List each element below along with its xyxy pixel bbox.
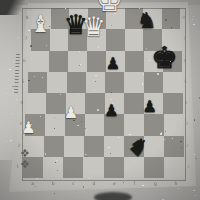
square-b6 — [49, 51, 68, 72]
rank-label-left-8: 8 — [26, 15, 29, 20]
rank-label-left-5: 5 — [22, 79, 25, 84]
square-g4 — [144, 93, 164, 114]
file-label-g: g — [154, 181, 157, 186]
square-h7 — [162, 29, 181, 50]
board-row-rank-7 — [31, 29, 181, 50]
square-f3 — [124, 114, 144, 135]
square-e7 — [106, 29, 125, 50]
square-a3 — [25, 114, 45, 135]
file-label-e: e — [113, 181, 116, 186]
square-d8 — [88, 8, 107, 29]
square-b7 — [50, 29, 69, 50]
square-h8 — [162, 8, 181, 29]
square-b3 — [45, 114, 65, 135]
square-b2 — [44, 136, 64, 157]
square-d5 — [86, 72, 105, 93]
square-c1 — [63, 157, 83, 178]
square-g5 — [144, 72, 163, 93]
square-h4 — [163, 93, 183, 114]
square-g7 — [143, 29, 162, 50]
rank-label-right-3: 3 — [185, 121, 188, 126]
square-h3 — [164, 114, 184, 135]
square-d4 — [85, 93, 105, 114]
board-row-rank-3 — [25, 114, 183, 135]
square-a7 — [31, 29, 50, 50]
square-c7 — [68, 29, 87, 50]
square-c4 — [66, 93, 86, 114]
square-d1 — [83, 157, 103, 178]
board-row-rank-4 — [27, 93, 183, 114]
square-b1 — [43, 157, 63, 178]
board-row-rank-1 — [23, 157, 185, 178]
square-h2 — [164, 136, 184, 157]
square-a4 — [27, 93, 47, 114]
board-row-rank-2 — [24, 136, 184, 157]
square-f4 — [124, 93, 144, 114]
square-e5 — [105, 72, 124, 93]
square-h1 — [164, 157, 184, 178]
square-e4 — [105, 93, 125, 114]
square-g2 — [144, 136, 164, 157]
square-c8 — [69, 8, 88, 29]
square-g8 — [143, 8, 162, 29]
square-b4 — [46, 93, 66, 114]
square-e6 — [106, 51, 125, 72]
file-label-c: c — [72, 181, 74, 186]
square-g3 — [144, 114, 164, 135]
square-c5 — [67, 72, 86, 93]
square-e3 — [104, 114, 124, 135]
file-label-f: f — [133, 181, 135, 186]
rank-label-right-5: 5 — [184, 79, 187, 84]
rank-label-left-6: 6 — [23, 58, 26, 63]
rank-label-left-3: 3 — [19, 121, 22, 126]
square-a5 — [28, 72, 47, 93]
file-label-d: d — [93, 181, 96, 186]
rank-label-left-7: 7 — [24, 36, 27, 41]
square-d3 — [85, 114, 105, 135]
square-f2 — [124, 136, 144, 157]
square-h5 — [163, 72, 182, 93]
square-h6 — [163, 51, 182, 72]
square-c2 — [64, 136, 84, 157]
square-f5 — [124, 72, 143, 93]
rank-label-right-2: 2 — [186, 143, 189, 148]
square-d2 — [84, 136, 104, 157]
square-b8 — [51, 8, 70, 29]
rank-label-right-7: 7 — [183, 36, 186, 41]
square-f8 — [125, 8, 144, 29]
rank-label-left-4: 4 — [20, 100, 23, 105]
file-label-a: a — [31, 181, 34, 186]
square-d6 — [87, 51, 106, 72]
square-g6 — [144, 51, 163, 72]
chessboard-photo: abcdefgh8877665544332211♚♛♝♟♟♛♞♚♟♟♟♞ ❖ ❖ — [0, 0, 200, 200]
rank-label-right-4: 4 — [185, 100, 188, 105]
square-g1 — [144, 157, 164, 178]
board-grid: abcdefgh8877665544332211♚♛♝♟♟♛♞♚♟♟♟♞ — [0, 0, 200, 200]
file-label-h: h — [174, 181, 177, 186]
square-a6 — [30, 51, 49, 72]
table-edge-object — [94, 192, 132, 200]
board-row-rank-5 — [28, 72, 182, 93]
square-e1 — [104, 157, 124, 178]
file-label-b: b — [52, 181, 55, 186]
square-e8 — [106, 8, 125, 29]
square-f7 — [125, 29, 144, 50]
rank-label-right-6: 6 — [184, 58, 187, 63]
square-d7 — [87, 29, 106, 50]
rank-label-right-8: 8 — [182, 15, 185, 20]
square-b5 — [47, 72, 66, 93]
rank-label-right-1: 1 — [187, 164, 190, 169]
board-logo: ❖ ❖ — [16, 148, 34, 170]
square-c6 — [68, 51, 87, 72]
square-f1 — [124, 157, 144, 178]
board-row-rank-6 — [30, 51, 182, 72]
square-a8 — [32, 8, 51, 29]
board-row-rank-8 — [32, 8, 180, 29]
square-f6 — [125, 51, 144, 72]
square-e2 — [104, 136, 124, 157]
square-c3 — [65, 114, 85, 135]
